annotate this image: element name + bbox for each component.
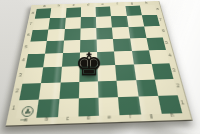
square-b7[interactable]: [49, 18, 66, 29]
square-b3[interactable]: [41, 67, 61, 83]
square-e6[interactable]: [96, 27, 113, 39]
square-b6[interactable]: [47, 29, 64, 41]
square-c8[interactable]: [65, 7, 81, 17]
square-e1[interactable]: [98, 97, 119, 116]
square-b2[interactable]: [39, 82, 60, 99]
square-a4[interactable]: [25, 54, 45, 68]
square-d6[interactable]: [80, 28, 97, 40]
square-h3[interactable]: [151, 64, 173, 80]
square-a6[interactable]: [30, 29, 48, 41]
square-b5[interactable]: [45, 40, 63, 53]
square-f5[interactable]: [113, 38, 131, 51]
square-c6[interactable]: [64, 28, 81, 40]
photo-background: abcdefgh abcdefgh 87654321 87654321 ♚: [0, 0, 200, 134]
square-a8[interactable]: [35, 8, 52, 19]
square-d2[interactable]: [79, 81, 99, 98]
square-f8[interactable]: [110, 6, 126, 16]
square-d7[interactable]: [80, 17, 96, 28]
square-b1[interactable]: [37, 99, 59, 118]
square-f1[interactable]: [118, 96, 140, 115]
square-h7[interactable]: [142, 15, 160, 26]
square-d1[interactable]: [78, 97, 99, 116]
square-h5[interactable]: [146, 37, 166, 50]
square-h6[interactable]: [144, 26, 163, 38]
square-c2[interactable]: [59, 81, 79, 98]
square-a7[interactable]: [33, 18, 50, 29]
square-a2[interactable]: [19, 83, 41, 100]
square-e8[interactable]: [96, 6, 112, 16]
square-h4[interactable]: [149, 50, 170, 64]
square-f3[interactable]: [115, 65, 135, 81]
square-e7[interactable]: [96, 16, 112, 27]
square-f2[interactable]: [117, 80, 138, 97]
square-h8[interactable]: [140, 5, 157, 15]
square-d8[interactable]: [81, 7, 96, 17]
square-b8[interactable]: [50, 8, 66, 18]
square-f4[interactable]: [114, 51, 133, 65]
square-e2[interactable]: [98, 80, 118, 97]
square-h1[interactable]: [158, 95, 182, 114]
square-a5[interactable]: [28, 41, 47, 54]
square-f6[interactable]: [112, 27, 130, 39]
square-c7[interactable]: [64, 17, 80, 28]
square-b4[interactable]: [43, 53, 62, 67]
black-king[interactable]: ♚: [75, 48, 103, 80]
square-f7[interactable]: [111, 16, 128, 27]
square-a3[interactable]: [22, 67, 43, 83]
square-h2[interactable]: [154, 79, 177, 96]
square-c1[interactable]: [57, 98, 78, 117]
